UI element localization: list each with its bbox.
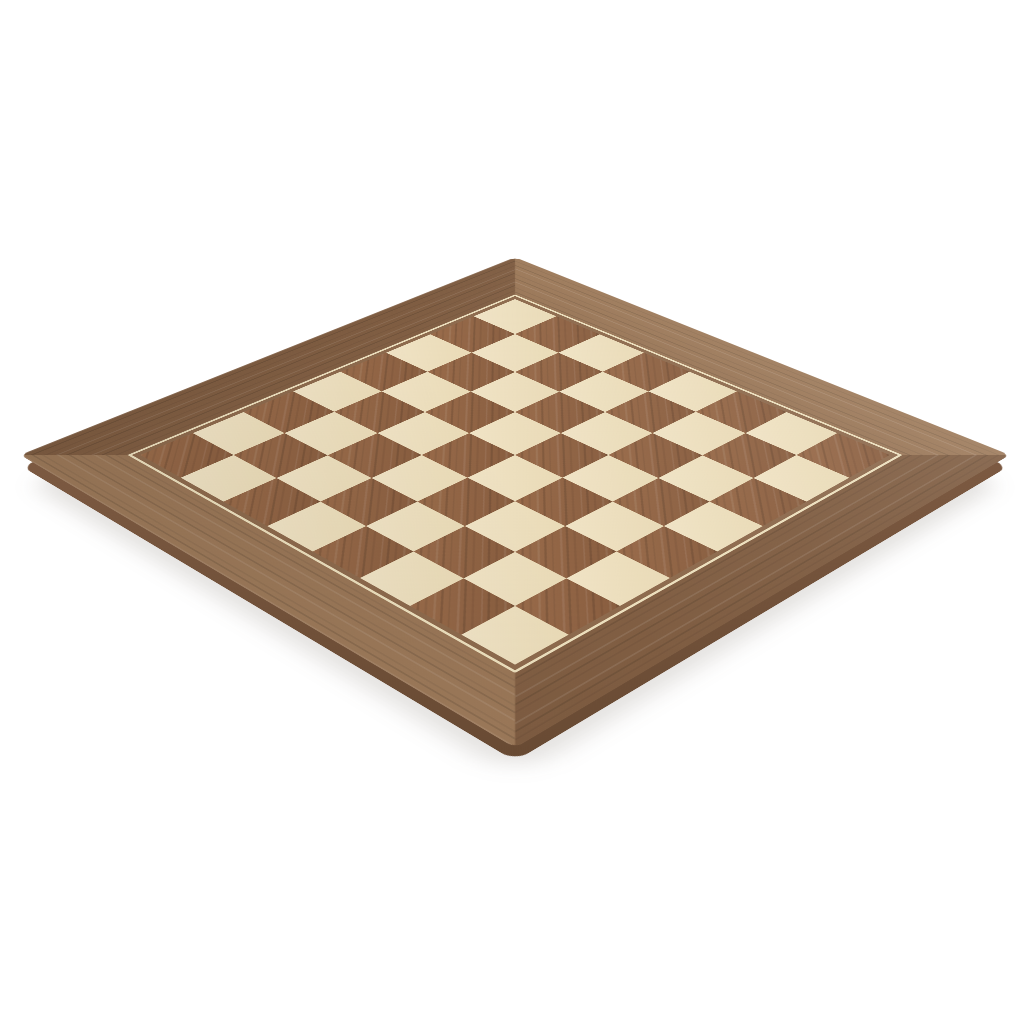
square-g6 (658, 455, 753, 501)
square-e3 (418, 478, 515, 526)
square-g1 (410, 578, 515, 634)
square-h2 (515, 578, 620, 634)
square-d3 (372, 455, 467, 501)
square-f3 (465, 501, 564, 551)
chessboard (20, 257, 1010, 748)
square-d2 (320, 478, 417, 526)
square-f2 (414, 526, 515, 578)
square-g3 (515, 526, 616, 578)
square-b1 (181, 455, 276, 501)
square-h1 (461, 606, 569, 665)
square-g4 (565, 501, 664, 551)
square-h3 (567, 552, 670, 606)
square-h5 (664, 501, 763, 551)
square-c1 (223, 478, 320, 526)
square-g2 (463, 552, 566, 606)
square-g5 (612, 478, 709, 526)
square-h7 (754, 455, 849, 501)
square-h4 (616, 526, 717, 578)
product-photo-scene (0, 0, 1024, 1024)
square-f4 (515, 478, 612, 526)
board-perspective-stage (165, 105, 865, 805)
square-c2 (276, 455, 371, 501)
board-top-face (20, 257, 1010, 748)
square-d1 (267, 501, 366, 551)
square-h6 (710, 478, 807, 526)
square-f5 (563, 455, 658, 501)
square-e1 (313, 526, 414, 578)
square-f1 (360, 552, 463, 606)
square-e2 (366, 501, 465, 551)
square-e4 (467, 455, 562, 501)
